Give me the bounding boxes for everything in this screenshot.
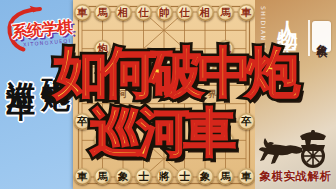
- panel-footer-text: 象棋实战解析: [255, 169, 336, 184]
- panel-divider-line: [308, 20, 310, 56]
- xiangqi-piece-black: 車: [74, 168, 91, 185]
- xiangqi-piece-black: 馬: [217, 168, 234, 185]
- headline-line2: 巡河車 巡河車: [90, 106, 231, 158]
- xiangqi-piece-red: 相: [115, 4, 132, 21]
- video-thumbnail: 楚河 漢界 車馬相仕帥仕相馬車炮炮兵兵兵兵兵卒卒卒卒卒炮炮車馬象士將士象馬車 系…: [0, 0, 336, 189]
- xiangqi-badge: 象棋: [312, 21, 331, 52]
- xiangqi-piece-black: 士: [135, 168, 152, 185]
- series-title: 人物志: [278, 4, 298, 31]
- xiangqi-piece-black: 將: [156, 168, 173, 185]
- xiangqi-piece-black: 馬: [94, 168, 111, 185]
- xiangqi-piece-black: 卒: [74, 113, 91, 130]
- xiangqi-piece-red: 仕: [135, 4, 152, 21]
- channel-logo: 系统学棋 XITONGXUEQI: [0, 1, 80, 63]
- xiangqi-piece-black: 卒: [238, 113, 255, 130]
- chariot-illustration-icon: [256, 121, 334, 171]
- xiangqi-piece-red: 車: [238, 4, 255, 21]
- xiangqi-piece-black: 象: [115, 168, 132, 185]
- xiangqi-piece-red: 馬: [217, 4, 234, 21]
- xiangqi-piece-red: 仕: [176, 4, 193, 21]
- xiangqi-piece-red: 相: [197, 4, 214, 21]
- xiangqi-piece-black: 車: [238, 168, 255, 185]
- xiangqi-piece-red: 馬: [94, 4, 111, 21]
- xiangqi-piece-black: 士: [176, 168, 193, 185]
- headline-line1: 如何破中炮 如何破中炮: [54, 46, 294, 100]
- xiangqi-piece-red: 帥: [156, 4, 173, 21]
- xiangqi-piece-black: 象: [197, 168, 214, 185]
